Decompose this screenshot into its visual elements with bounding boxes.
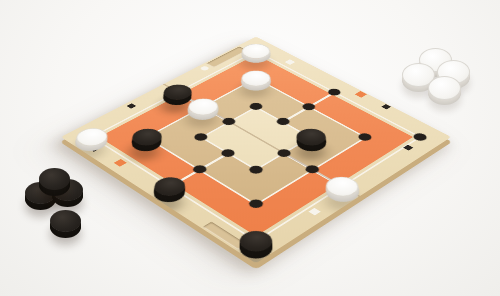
decor-square (285, 59, 295, 65)
decor-square (403, 145, 413, 151)
black-reserve-piece[interactable] (39, 168, 70, 190)
white-reserve-piece[interactable] (428, 76, 461, 100)
morris-board (61, 37, 451, 264)
product-photo-scene (0, 0, 500, 296)
decor-square (381, 104, 391, 109)
black-reserve-piece[interactable] (50, 210, 81, 232)
decor-square (309, 208, 321, 216)
decor-square (114, 159, 127, 167)
board-face (61, 37, 451, 264)
decor-square (89, 146, 99, 152)
decor-square (355, 91, 367, 98)
decor-dot (199, 66, 210, 72)
decor-square (127, 103, 137, 108)
